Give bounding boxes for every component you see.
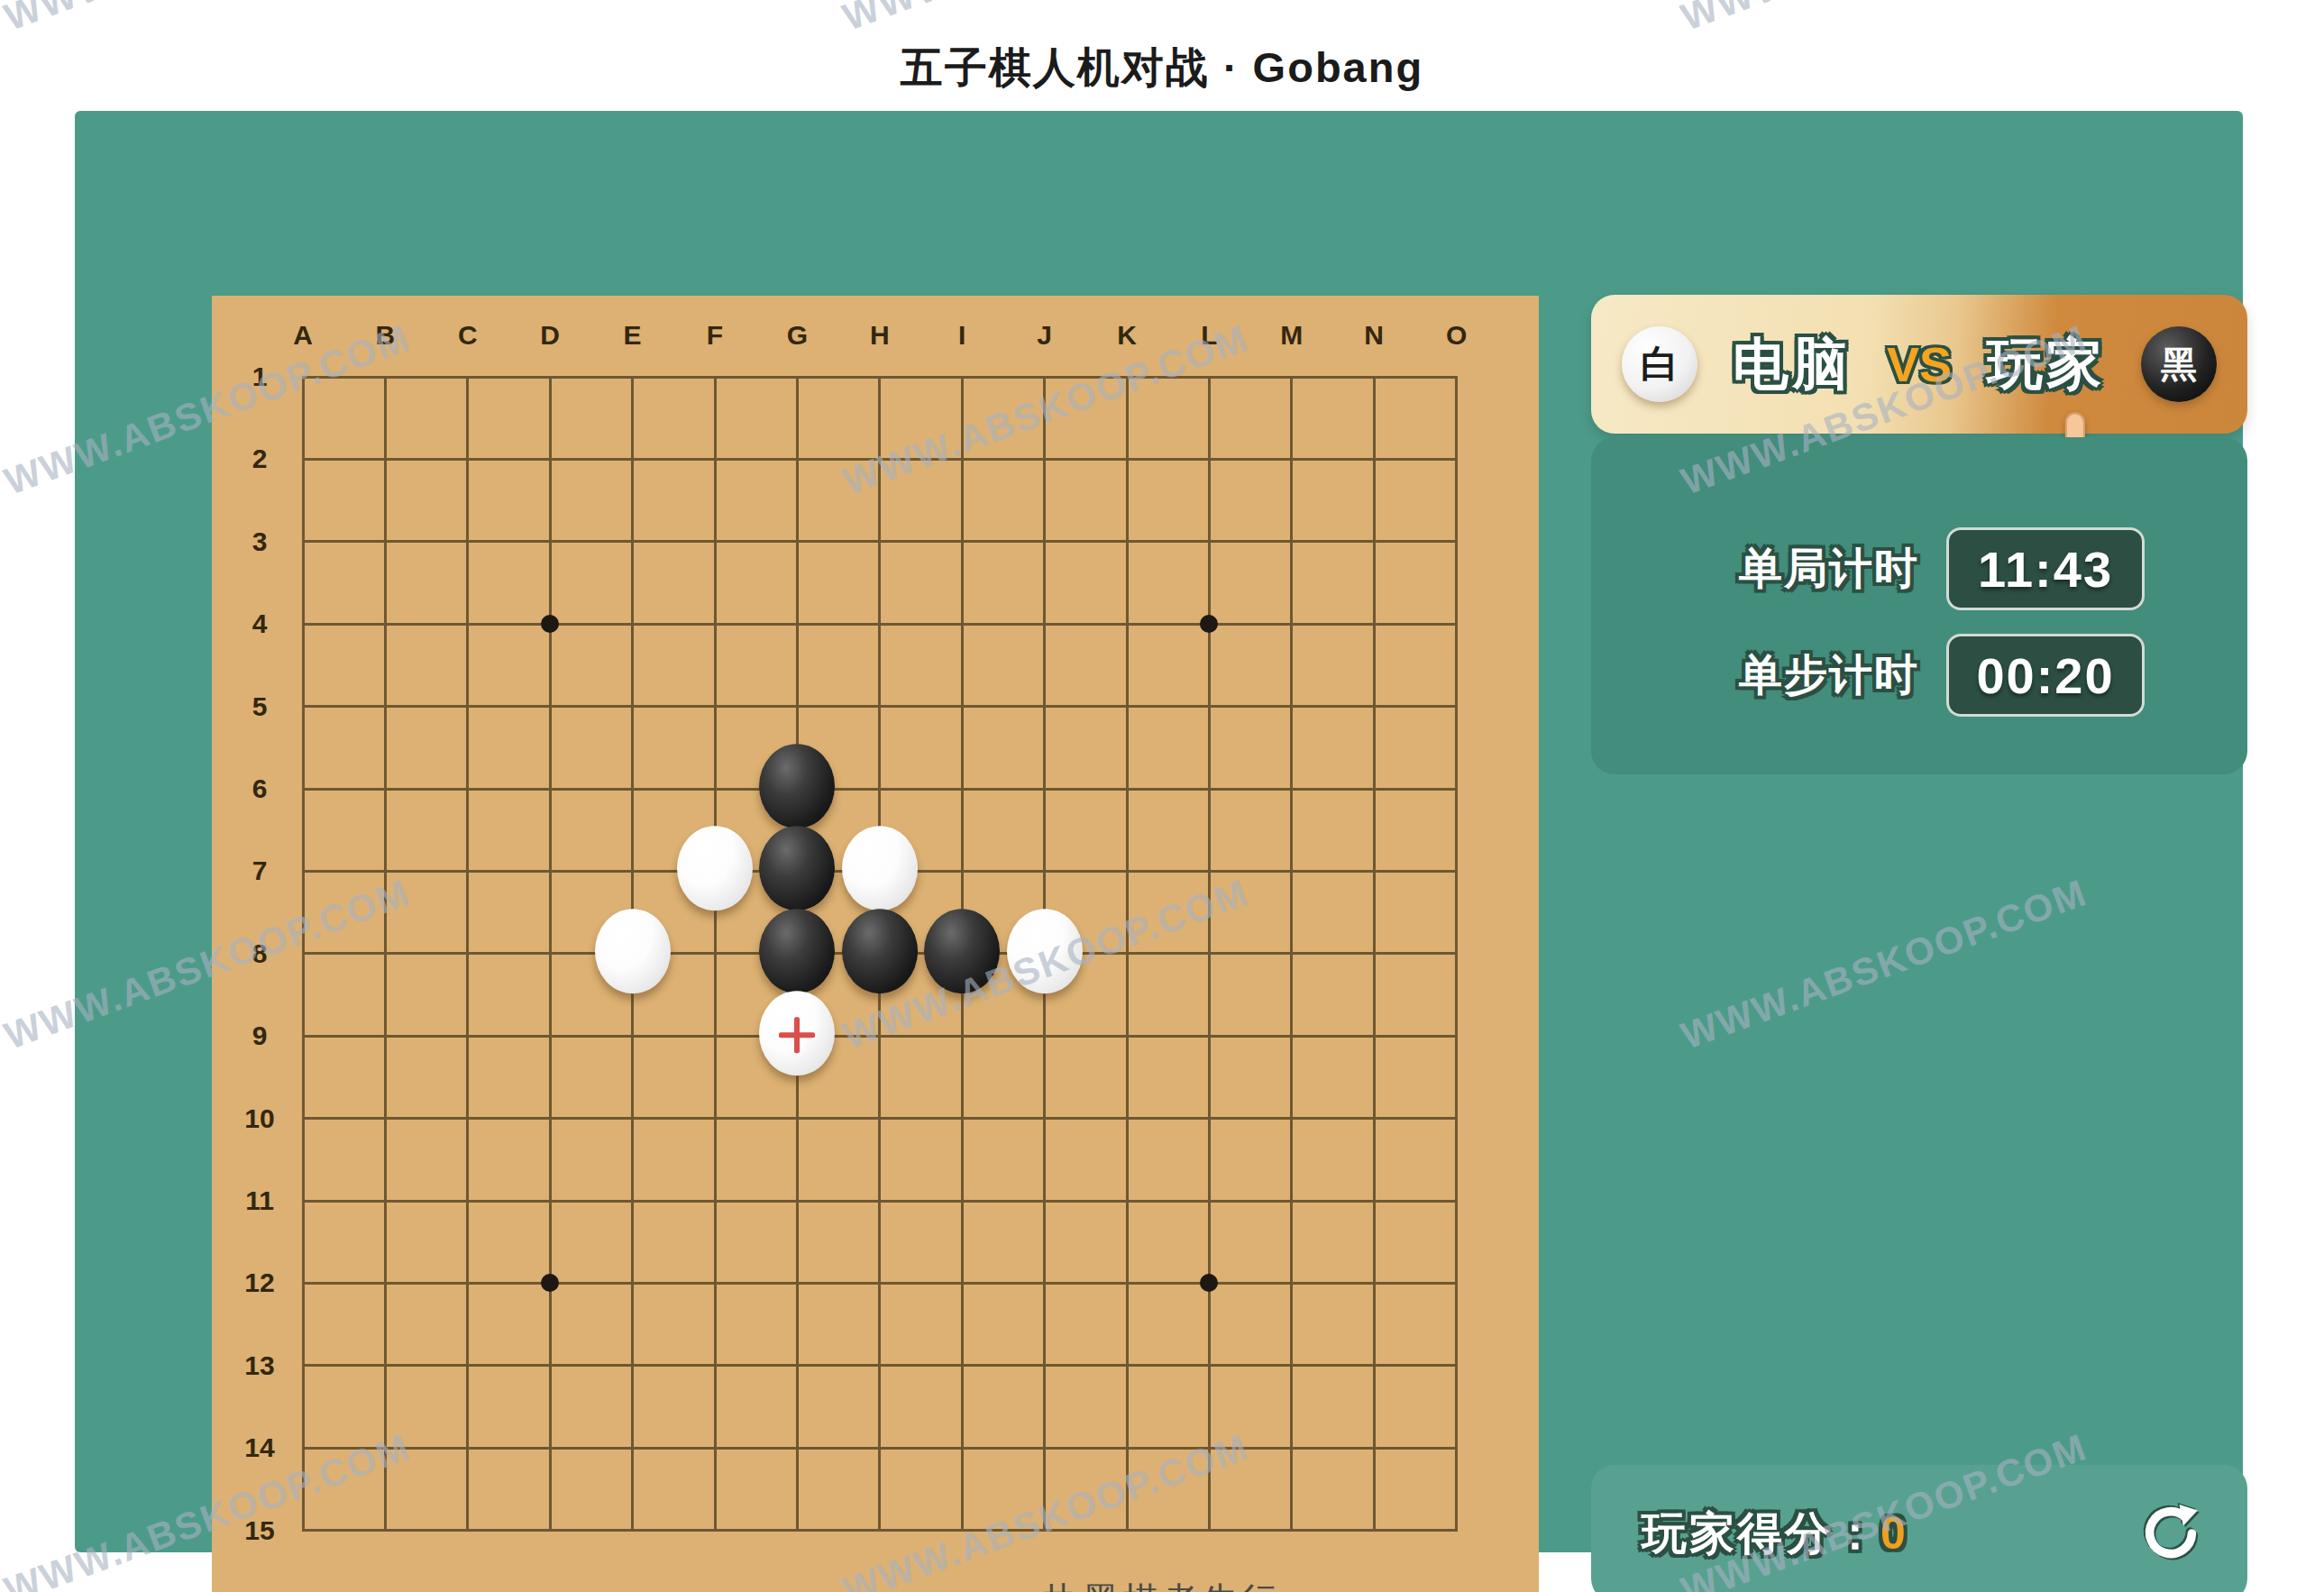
stone-black-G6 [759,744,835,828]
grid-line-h [302,1117,1459,1120]
stone-black-G8 [759,909,835,993]
black-badge-label: 黑 [2161,340,2197,389]
move-timer-box: 00:20 [1946,634,2145,717]
col-label-N: N [1364,320,1384,351]
grid-line-v [1373,376,1376,1533]
grid-line-h [302,1035,1459,1038]
player-score: 玩家得分：0 [1642,1504,1908,1564]
col-label-D: D [540,320,560,351]
col-label-B: B [376,320,396,351]
watermark: WWW.ABSKOOP.COM [837,0,1255,40]
row-label-1: 1 [252,361,268,392]
page-title: 五子棋人机对战 · Gobang [0,40,2324,96]
stone-white-E8 [595,909,671,993]
row-label-11: 11 [245,1185,274,1216]
row-label-9: 9 [252,1020,268,1051]
row-label-3: 3 [252,526,268,557]
col-label-E: E [624,320,642,351]
grid-line-h [302,1529,1459,1532]
white-stone-badge: 白 [1622,326,1697,402]
game-timer-value: 11:43 [1978,540,2113,599]
score-panel: 玩家得分：0 [1591,1465,2247,1592]
col-label-I: I [958,320,965,351]
row-label-7: 7 [252,855,268,886]
row-label-6: 6 [252,773,268,804]
game-panel: ABCDEFGHIJKLMNO123456789101112131415 白 电… [75,111,2243,1552]
star-point-L4 [1200,615,1218,633]
vs-label: VS [1887,336,1952,392]
white-badge-label: 白 [1641,339,1679,389]
col-label-L: L [1201,320,1217,351]
grid-line-h [302,1200,1459,1203]
col-label-A: A [293,320,313,351]
col-label-J: J [1037,320,1052,351]
star-point-L12 [1200,1274,1218,1292]
row-label-15: 15 [244,1515,274,1546]
grid-line-h [302,1447,1459,1450]
col-label-F: F [707,320,723,351]
grid-line-v [1290,376,1293,1533]
star-point-D4 [541,615,559,633]
grid-line-h [302,1364,1459,1367]
black-stone-badge: 黑 [2141,326,2217,402]
col-label-K: K [1117,320,1137,351]
stone-white-J8 [1007,909,1083,993]
grid-line-v [1455,376,1458,1533]
stone-black-H8 [842,909,918,993]
row-label-14: 14 [244,1432,274,1463]
game-timer-label: 单局计时 [1694,540,1919,598]
stone-white-G9 [759,991,835,1075]
score-value: 0 [1880,1508,1908,1559]
grid-line-v [1126,376,1129,1533]
grid-line-v [1208,376,1211,1533]
row-label-10: 10 [244,1103,274,1134]
col-label-H: H [870,320,890,351]
game-timer-row: 单局计时 11:43 [1694,527,2145,610]
score-label: 玩家得分： [1642,1508,1880,1559]
col-label-O: O [1446,320,1467,351]
row-label-5: 5 [252,691,268,722]
move-timer-row: 单步计时 00:20 [1694,634,2145,717]
refresh-icon [2141,1504,2200,1563]
last-move-marker [779,1017,815,1053]
move-timer-label: 单步计时 [1694,646,1919,704]
restart-button[interactable] [2141,1504,2200,1563]
row-label-4: 4 [252,608,268,639]
row-label-8: 8 [252,938,268,969]
col-label-M: M [1280,320,1303,351]
stone-black-I8 [924,909,1000,993]
col-label-G: G [787,320,808,351]
row-label-13: 13 [244,1350,274,1381]
row-label-2: 2 [252,444,268,474]
move-timer-value: 00:20 [1976,646,2114,705]
stone-black-G7 [759,827,835,911]
players-banner: 白 电脑 VS 玩家 黑 [1591,295,2247,434]
grid-line-h [302,1282,1459,1285]
stone-white-H7 [842,827,918,911]
timer-panel: 单局计时 11:43 单步计时 00:20 [1591,437,2247,774]
col-label-C: C [458,320,478,351]
gomoku-board[interactable]: ABCDEFGHIJKLMNO123456789101112131415 [212,296,1539,1592]
watermark: WWW.ABSKOOP.COM [0,0,416,40]
player-label[interactable]: 玩家 [1987,326,2106,402]
page: 五子棋人机对战 · Gobang ABCDEFGHIJKLMNO12345678… [0,0,2324,1592]
star-point-D12 [541,1274,559,1292]
stone-white-F7 [677,827,753,911]
footer-note: 执黑棋者先行 [0,1576,2324,1592]
row-label-12: 12 [244,1267,274,1298]
game-timer-box: 11:43 [1946,527,2145,610]
computer-label[interactable]: 电脑 [1733,326,1852,402]
watermark: WWW.ABSKOOP.COM [1676,0,2093,40]
